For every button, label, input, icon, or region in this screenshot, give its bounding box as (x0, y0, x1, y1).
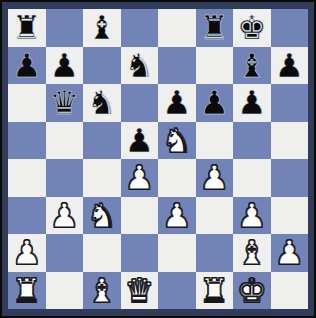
square-b7[interactable]: ♟ (46, 47, 84, 85)
square-h5[interactable] (271, 122, 309, 160)
square-g2[interactable]: ♝ (233, 234, 271, 272)
black-queen-b6[interactable]: ♛ (49, 84, 79, 122)
square-d1[interactable]: ♛ (121, 272, 159, 310)
square-e3[interactable]: ♟ (158, 197, 196, 235)
square-d8[interactable] (121, 9, 159, 47)
square-b8[interactable] (46, 9, 84, 47)
square-b1[interactable] (46, 272, 84, 310)
square-d4[interactable]: ♟ (121, 159, 159, 197)
white-pawn-a2[interactable]: ♟ (12, 234, 42, 272)
square-f4[interactable]: ♟ (196, 159, 234, 197)
square-g1[interactable]: ♚ (233, 272, 271, 310)
white-pawn-d4[interactable]: ♟ (124, 159, 154, 197)
square-c5[interactable] (83, 122, 121, 160)
square-h2[interactable]: ♟ (271, 234, 309, 272)
square-g7[interactable]: ♝ (233, 47, 271, 85)
square-a8[interactable]: ♜ (8, 9, 46, 47)
square-a1[interactable]: ♜ (8, 272, 46, 310)
black-bishop-c8[interactable]: ♝ (87, 9, 117, 47)
square-g3[interactable]: ♟ (233, 197, 271, 235)
square-c4[interactable] (83, 159, 121, 197)
square-a6[interactable] (8, 84, 46, 122)
square-g4[interactable] (233, 159, 271, 197)
square-f1[interactable]: ♜ (196, 272, 234, 310)
square-d6[interactable] (121, 84, 159, 122)
black-knight-c6[interactable]: ♞ (87, 84, 117, 122)
square-c2[interactable] (83, 234, 121, 272)
square-c6[interactable]: ♞ (83, 84, 121, 122)
white-knight-e5[interactable]: ♞ (162, 122, 192, 160)
white-pawn-e3[interactable]: ♟ (162, 197, 192, 235)
white-bishop-c1[interactable]: ♝ (87, 272, 117, 310)
square-g6[interactable]: ♟ (233, 84, 271, 122)
white-queen-d1[interactable]: ♛ (124, 272, 154, 310)
black-rook-a8[interactable]: ♜ (12, 9, 42, 47)
square-a5[interactable] (8, 122, 46, 160)
white-pawn-h2[interactable]: ♟ (274, 234, 304, 272)
black-pawn-h7[interactable]: ♟ (274, 47, 304, 85)
square-h3[interactable] (271, 197, 309, 235)
square-d2[interactable] (121, 234, 159, 272)
square-a3[interactable] (8, 197, 46, 235)
square-c3[interactable]: ♞ (83, 197, 121, 235)
square-f6[interactable]: ♟ (196, 84, 234, 122)
square-a4[interactable] (8, 159, 46, 197)
black-rook-f8[interactable]: ♜ (199, 9, 229, 47)
board-border: ♜♝♜♚♟♟♞♝♟♛♞♟♟♟♟♞♟♟♟♞♟♟♟♝♟♜♝♛♜♚ (2, 2, 314, 316)
square-e2[interactable] (158, 234, 196, 272)
white-king-g1[interactable]: ♚ (237, 272, 267, 310)
board-frame: ♜♝♜♚♟♟♞♝♟♛♞♟♟♟♟♞♟♟♟♞♟♟♟♝♟♜♝♛♜♚ (0, 0, 316, 318)
square-e8[interactable] (158, 9, 196, 47)
square-b6[interactable]: ♛ (46, 84, 84, 122)
square-d5[interactable]: ♟ (121, 122, 159, 160)
square-d3[interactable] (121, 197, 159, 235)
black-knight-d7[interactable]: ♞ (124, 47, 154, 85)
square-e5[interactable]: ♞ (158, 122, 196, 160)
black-king-g8[interactable]: ♚ (237, 9, 267, 47)
square-e1[interactable] (158, 272, 196, 310)
square-h8[interactable] (271, 9, 309, 47)
square-f8[interactable]: ♜ (196, 9, 234, 47)
square-a7[interactable]: ♟ (8, 47, 46, 85)
square-f7[interactable] (196, 47, 234, 85)
white-knight-c3[interactable]: ♞ (87, 197, 117, 235)
square-b5[interactable] (46, 122, 84, 160)
square-c8[interactable]: ♝ (83, 9, 121, 47)
square-b2[interactable] (46, 234, 84, 272)
square-c1[interactable]: ♝ (83, 272, 121, 310)
square-h7[interactable]: ♟ (271, 47, 309, 85)
black-bishop-g7[interactable]: ♝ (237, 47, 267, 85)
square-c7[interactable] (83, 47, 121, 85)
square-f2[interactable] (196, 234, 234, 272)
white-pawn-b3[interactable]: ♟ (49, 197, 79, 235)
square-g5[interactable] (233, 122, 271, 160)
square-h6[interactable] (271, 84, 309, 122)
black-pawn-b7[interactable]: ♟ (49, 47, 79, 85)
square-b3[interactable]: ♟ (46, 197, 84, 235)
black-pawn-f6[interactable]: ♟ (199, 84, 229, 122)
white-bishop-g2[interactable]: ♝ (237, 234, 267, 272)
black-pawn-a7[interactable]: ♟ (12, 47, 42, 85)
black-pawn-d5[interactable]: ♟ (124, 122, 154, 160)
square-e4[interactable] (158, 159, 196, 197)
square-h1[interactable] (271, 272, 309, 310)
square-h4[interactable] (271, 159, 309, 197)
white-pawn-f4[interactable]: ♟ (199, 159, 229, 197)
black-pawn-e6[interactable]: ♟ (162, 84, 192, 122)
square-f3[interactable] (196, 197, 234, 235)
square-d7[interactable]: ♞ (121, 47, 159, 85)
white-pawn-g3[interactable]: ♟ (237, 197, 267, 235)
square-e7[interactable] (158, 47, 196, 85)
white-rook-a1[interactable]: ♜ (12, 272, 42, 310)
square-b4[interactable] (46, 159, 84, 197)
square-g8[interactable]: ♚ (233, 9, 271, 47)
black-pawn-g6[interactable]: ♟ (237, 84, 267, 122)
square-a2[interactable]: ♟ (8, 234, 46, 272)
square-f5[interactable] (196, 122, 234, 160)
white-rook-f1[interactable]: ♜ (199, 272, 229, 310)
chess-board: ♜♝♜♚♟♟♞♝♟♛♞♟♟♟♟♞♟♟♟♞♟♟♟♝♟♜♝♛♜♚ (8, 9, 308, 309)
square-e6[interactable]: ♟ (158, 84, 196, 122)
